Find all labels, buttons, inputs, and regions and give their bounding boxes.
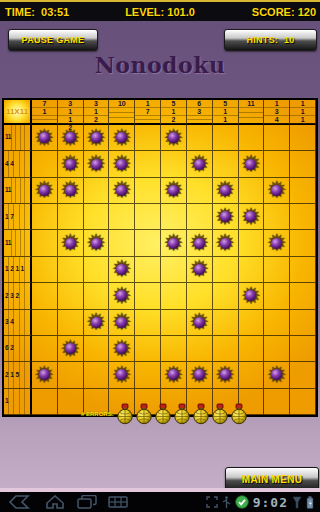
board-cell[interactable]: ✹	[213, 204, 239, 230]
board-cell[interactable]	[135, 310, 161, 336]
clue-number: 1	[135, 100, 160, 108]
screenshot-grid-icon[interactable]	[107, 495, 129, 509]
status-clock[interactable]: 9:02	[253, 495, 288, 510]
board-cell[interactable]	[58, 204, 84, 230]
game-title: Nonodoku	[0, 52, 320, 78]
grenade-icon	[136, 403, 152, 425]
flower-icon: ✹	[161, 230, 186, 255]
board-cell[interactable]	[135, 362, 161, 388]
flower-icon: ✹	[239, 204, 264, 229]
board-cell[interactable]	[264, 204, 290, 230]
board-cell[interactable]: ✹	[213, 230, 239, 256]
flower-icon: ✹	[84, 151, 109, 176]
col-clue-cell: 134	[264, 100, 290, 125]
board-cell[interactable]	[213, 125, 239, 151]
board-cell[interactable]	[187, 178, 213, 204]
battery-icon	[306, 496, 314, 509]
board-cell[interactable]: ✹	[161, 362, 187, 388]
board-cell[interactable]	[290, 310, 316, 336]
clue-number: 1	[58, 108, 83, 116]
nonodoku-app: TIME: 03:51 LEVEL: 101.0 SCORE: 120 PAUS…	[0, 0, 320, 512]
board-cell[interactable]: ✹	[264, 230, 290, 256]
board-cell[interactable]	[161, 336, 187, 362]
clue-number: 3	[187, 108, 212, 116]
flower-icon: ✹	[264, 362, 289, 387]
board-cell[interactable]: ✹	[161, 178, 187, 204]
board-cell[interactable]: ✹	[187, 362, 213, 388]
board-cell[interactable]	[135, 125, 161, 151]
board-cell[interactable]	[32, 336, 58, 362]
clue-number: 5	[213, 100, 238, 108]
board-cell[interactable]	[32, 230, 58, 256]
board-cell[interactable]	[290, 125, 316, 151]
board-cell[interactable]	[84, 362, 110, 388]
board-cell[interactable]	[32, 151, 58, 177]
board-cell[interactable]: ✹	[84, 310, 110, 336]
clue-number	[25, 178, 30, 203]
board-cell[interactable]	[135, 230, 161, 256]
clue-number: 11	[4, 125, 12, 150]
system-tray: 9:02	[206, 494, 314, 510]
board-cell[interactable]	[213, 283, 239, 309]
flower-center	[194, 317, 205, 328]
clue-number: 7	[135, 108, 160, 116]
signal-icon	[292, 496, 302, 509]
flower-icon: ✹	[109, 310, 134, 335]
flower-center	[91, 317, 102, 328]
clue-number	[239, 118, 264, 123]
grenade-icon	[231, 403, 247, 425]
clue-number: 1	[32, 108, 57, 116]
board-cell[interactable]	[161, 283, 187, 309]
board-cell[interactable]	[109, 204, 135, 230]
flower-icon: ✹	[264, 230, 289, 255]
board-cell[interactable]	[264, 336, 290, 362]
flower-icon: ✹	[239, 151, 264, 176]
board-grid: 11X117131123121017512635111113411111✹✹✹✹…	[2, 98, 318, 417]
fullscreen-icon[interactable]	[206, 496, 218, 508]
flower-center	[91, 238, 102, 249]
flower-center	[168, 185, 179, 196]
board-cell[interactable]: ✹	[187, 230, 213, 256]
board-cell[interactable]: ✹	[109, 151, 135, 177]
hints-button[interactable]: HINTS: 10	[224, 29, 317, 51]
board-cell[interactable]: ✹	[109, 257, 135, 283]
clue-number: 1	[213, 116, 238, 124]
clue-number	[25, 336, 30, 361]
board-cell[interactable]: ✹	[187, 151, 213, 177]
board-cell[interactable]	[213, 336, 239, 362]
flower-icon: ✹	[187, 151, 212, 176]
board-cell[interactable]: ✹	[161, 230, 187, 256]
row-clue-cell: 11	[4, 178, 32, 204]
row-clue-cell: 34	[4, 310, 32, 336]
clue-number	[25, 125, 30, 150]
grenade-icon	[117, 403, 133, 425]
board-cell[interactable]	[84, 336, 110, 362]
score-display: SCORE: 120	[252, 6, 316, 18]
row-clue-cell: 62	[4, 336, 32, 362]
col-clue-cell: 10	[109, 100, 135, 125]
flower-center	[245, 159, 256, 170]
clue-number	[135, 120, 160, 124]
board-cell[interactable]: ✹	[187, 257, 213, 283]
flower-icon: ✹	[84, 230, 109, 255]
flower-center	[194, 238, 205, 249]
bombs-tray	[117, 403, 247, 425]
clue-number	[25, 230, 30, 255]
clue-number: 1	[161, 108, 186, 116]
board-cell[interactable]	[135, 283, 161, 309]
board-cell[interactable]	[239, 257, 265, 283]
board-cell[interactable]	[58, 257, 84, 283]
clue-number: 1	[290, 100, 315, 108]
board-cell[interactable]	[239, 310, 265, 336]
board-cell[interactable]	[213, 151, 239, 177]
flower-icon: ✹	[58, 151, 83, 176]
board-cell[interactable]	[161, 310, 187, 336]
board-cell[interactable]: ✹	[58, 178, 84, 204]
board-cell[interactable]	[239, 336, 265, 362]
clue-number: 1	[290, 116, 315, 124]
board-cell[interactable]	[290, 178, 316, 204]
board-cell[interactable]: ✹	[264, 362, 290, 388]
clue-number	[25, 204, 30, 229]
clue-number	[25, 151, 30, 176]
flower-center	[168, 238, 179, 249]
col-clue-cell: 17	[135, 100, 161, 125]
flower-icon: ✹	[84, 125, 109, 150]
board-cell[interactable]: ✹	[239, 204, 265, 230]
flower-icon: ✹	[58, 336, 83, 361]
clue-number: 1	[264, 100, 289, 108]
flower-icon: ✹	[187, 362, 212, 387]
flower-icon: ✹	[109, 257, 134, 282]
board-cell[interactable]: ✹	[187, 310, 213, 336]
board-cell[interactable]: ✹	[58, 336, 84, 362]
board-cell[interactable]	[264, 310, 290, 336]
flower-icon: ✹	[58, 125, 83, 150]
flower-center	[65, 185, 76, 196]
flower-icon: ✹	[187, 257, 212, 282]
clue-number: 1	[213, 108, 238, 116]
board-cell[interactable]	[290, 257, 316, 283]
board-cell[interactable]	[84, 204, 110, 230]
board-cell[interactable]	[32, 310, 58, 336]
flower-center	[220, 238, 231, 249]
board-cell[interactable]: ✹	[58, 125, 84, 151]
flower-center	[194, 264, 205, 275]
row-clue-cell: 215	[4, 362, 32, 388]
clue-number: 1	[84, 108, 109, 116]
board-cell[interactable]	[239, 362, 265, 388]
flower-icon: ✹	[109, 283, 134, 308]
board-cell[interactable]	[290, 151, 316, 177]
board-cell[interactable]: ✹	[109, 310, 135, 336]
board-cell[interactable]	[213, 257, 239, 283]
clue-number: 1	[290, 108, 315, 116]
board-cell[interactable]	[290, 283, 316, 309]
flower-center	[220, 185, 231, 196]
flower-icon: ✹	[161, 125, 186, 150]
flower-icon: ✹	[109, 362, 134, 387]
errors-row: # ERRORS:	[0, 401, 320, 427]
board-cell[interactable]	[290, 362, 316, 388]
board-cell[interactable]	[239, 125, 265, 151]
board-cell[interactable]	[32, 283, 58, 309]
board-cell[interactable]	[135, 151, 161, 177]
board-cell[interactable]	[187, 336, 213, 362]
flower-icon: ✹	[161, 362, 186, 387]
clue-number	[25, 257, 30, 282]
usb-debug-icon[interactable]	[222, 496, 231, 509]
board-cell[interactable]	[161, 151, 187, 177]
clue-number: 3	[84, 100, 109, 108]
board-cell[interactable]	[290, 230, 316, 256]
board-cell[interactable]: ✹	[109, 125, 135, 151]
flower-center	[91, 159, 102, 170]
flower-center	[91, 132, 102, 143]
flower-icon: ✹	[161, 178, 186, 203]
board-cell[interactable]: ✹	[109, 178, 135, 204]
flower-center	[39, 132, 50, 143]
board-cell[interactable]	[290, 204, 316, 230]
board-cell[interactable]	[109, 230, 135, 256]
grenade-icon	[212, 403, 228, 425]
clue-number: 1	[58, 116, 83, 124]
flower-icon: ✹	[187, 230, 212, 255]
home-icon[interactable]	[44, 495, 66, 509]
board-cell[interactable]: ✹	[58, 151, 84, 177]
clue-number: 2	[84, 116, 109, 124]
board-cell[interactable]	[213, 310, 239, 336]
grenade-icon	[193, 403, 209, 425]
flower-icon: ✹	[213, 230, 238, 255]
flower-icon: ✹	[109, 336, 134, 361]
flower-icon: ✹	[213, 178, 238, 203]
flower-center	[220, 211, 231, 222]
flower-icon: ✹	[109, 178, 134, 203]
board-cell[interactable]: ✹	[161, 125, 187, 151]
board-cell[interactable]: ✹	[32, 178, 58, 204]
board-cell[interactable]	[239, 178, 265, 204]
row-clue-cell: 17	[4, 204, 32, 230]
flower-center	[116, 159, 127, 170]
board-cell[interactable]: ✹	[32, 125, 58, 151]
board-cell[interactable]	[135, 204, 161, 230]
board-cell[interactable]	[187, 283, 213, 309]
board-cell[interactable]	[161, 204, 187, 230]
row-clue-cell: 11	[4, 125, 32, 151]
row-clue-cell: 44	[4, 151, 32, 177]
recent-apps-icon[interactable]	[76, 495, 98, 509]
stats-bar: TIME: 03:51 LEVEL: 101.0 SCORE: 120	[0, 0, 320, 21]
update-check-icon[interactable]	[235, 495, 249, 509]
col-clue-cell: 512	[161, 100, 187, 125]
board-cell[interactable]: ✹	[84, 230, 110, 256]
flower-icon: ✹	[264, 178, 289, 203]
board-cell[interactable]: ✹	[213, 362, 239, 388]
board-cell[interactable]: ✹	[84, 151, 110, 177]
flower-icon: ✹	[32, 178, 57, 203]
clue-number	[187, 120, 212, 124]
row-clue-cell: 232	[4, 283, 32, 309]
board-cell[interactable]: ✹	[84, 125, 110, 151]
clue-number: 3	[58, 100, 83, 108]
grenade-icon	[174, 403, 190, 425]
errors-label: # ERRORS:	[81, 411, 114, 417]
clue-number	[25, 362, 30, 387]
board-cell[interactable]	[32, 257, 58, 283]
clue-number: 3	[264, 108, 289, 116]
board-cell[interactable]	[58, 283, 84, 309]
col-clue-cell: 11	[239, 100, 265, 125]
flower-icon: ✹	[58, 230, 83, 255]
col-clue-cell: 111	[290, 100, 316, 125]
flower-center	[39, 185, 50, 196]
board-cell[interactable]: ✹	[264, 178, 290, 204]
flower-icon: ✹	[109, 151, 134, 176]
row-clue-cell: 11	[4, 230, 32, 256]
clue-number: 11	[4, 230, 12, 255]
clue-number: 11	[4, 178, 12, 203]
board-cell[interactable]	[290, 336, 316, 362]
board-cell[interactable]: ✹	[109, 336, 135, 362]
flower-icon: ✹	[213, 362, 238, 387]
board-cell[interactable]	[264, 151, 290, 177]
board-cell[interactable]	[32, 204, 58, 230]
flower-icon: ✹	[32, 362, 57, 387]
clue-number	[25, 310, 30, 335]
flower-center	[65, 132, 76, 143]
flower-icon: ✹	[58, 178, 83, 203]
clue-number: 7	[32, 100, 57, 108]
flower-center	[65, 343, 76, 354]
clue-number: 4	[264, 116, 289, 124]
row-clue-cell: 1211	[4, 257, 32, 283]
board-cell[interactable]	[135, 336, 161, 362]
clue-number	[109, 118, 134, 123]
board-cell[interactable]	[58, 310, 84, 336]
board-cell[interactable]	[161, 257, 187, 283]
board-cell[interactable]	[135, 178, 161, 204]
board-cell[interactable]: ✹	[239, 151, 265, 177]
clue-number: 2	[161, 116, 186, 124]
flower-icon: ✹	[32, 125, 57, 150]
board-cell[interactable]	[187, 125, 213, 151]
android-status-bar: 9:02	[0, 492, 320, 512]
flower-center	[65, 238, 76, 249]
col-clue-cell: 312	[84, 100, 110, 125]
board-cell[interactable]	[187, 204, 213, 230]
clue-number	[32, 120, 57, 124]
board-cell[interactable]	[58, 362, 84, 388]
board-cell[interactable]: ✹	[109, 362, 135, 388]
flower-center	[194, 159, 205, 170]
board-cell[interactable]: ✹	[213, 178, 239, 204]
flower-center	[65, 159, 76, 170]
board-cell[interactable]	[84, 178, 110, 204]
back-icon[interactable]	[8, 495, 30, 509]
board-cell[interactable]	[84, 257, 110, 283]
flower-icon: ✹	[109, 125, 134, 150]
flower-center	[271, 238, 282, 249]
board-cell[interactable]	[239, 230, 265, 256]
flower-icon: ✹	[84, 310, 109, 335]
board-cell[interactable]	[135, 257, 161, 283]
board-cell[interactable]: ✹	[58, 230, 84, 256]
board-size-badge: 11X11	[4, 100, 32, 125]
clue-number: 6	[187, 100, 212, 108]
board-cell[interactable]	[84, 283, 110, 309]
pause-game-button[interactable]: PAUSE GAME	[8, 29, 98, 51]
board-cell[interactable]	[264, 125, 290, 151]
board-cell[interactable]: ✹	[109, 283, 135, 309]
clue-number	[25, 283, 30, 308]
flower-icon: ✹	[239, 283, 264, 308]
clue-number: 10	[109, 100, 134, 108]
col-clue-cell: 63	[187, 100, 213, 125]
board-cell[interactable]	[264, 257, 290, 283]
flower-icon: ✹	[213, 204, 238, 229]
col-clue-cell: 71	[32, 100, 58, 125]
col-clue-cell: 511	[213, 100, 239, 125]
clue-number: 11	[239, 100, 264, 108]
board-cell[interactable]: ✹	[239, 283, 265, 309]
col-clue-cell: 3112	[58, 100, 84, 125]
flower-icon: ✹	[187, 310, 212, 335]
grenade-icon	[155, 403, 171, 425]
clue-number: 5	[161, 100, 186, 108]
board-cell[interactable]: ✹	[32, 362, 58, 388]
board-cell[interactable]	[264, 283, 290, 309]
